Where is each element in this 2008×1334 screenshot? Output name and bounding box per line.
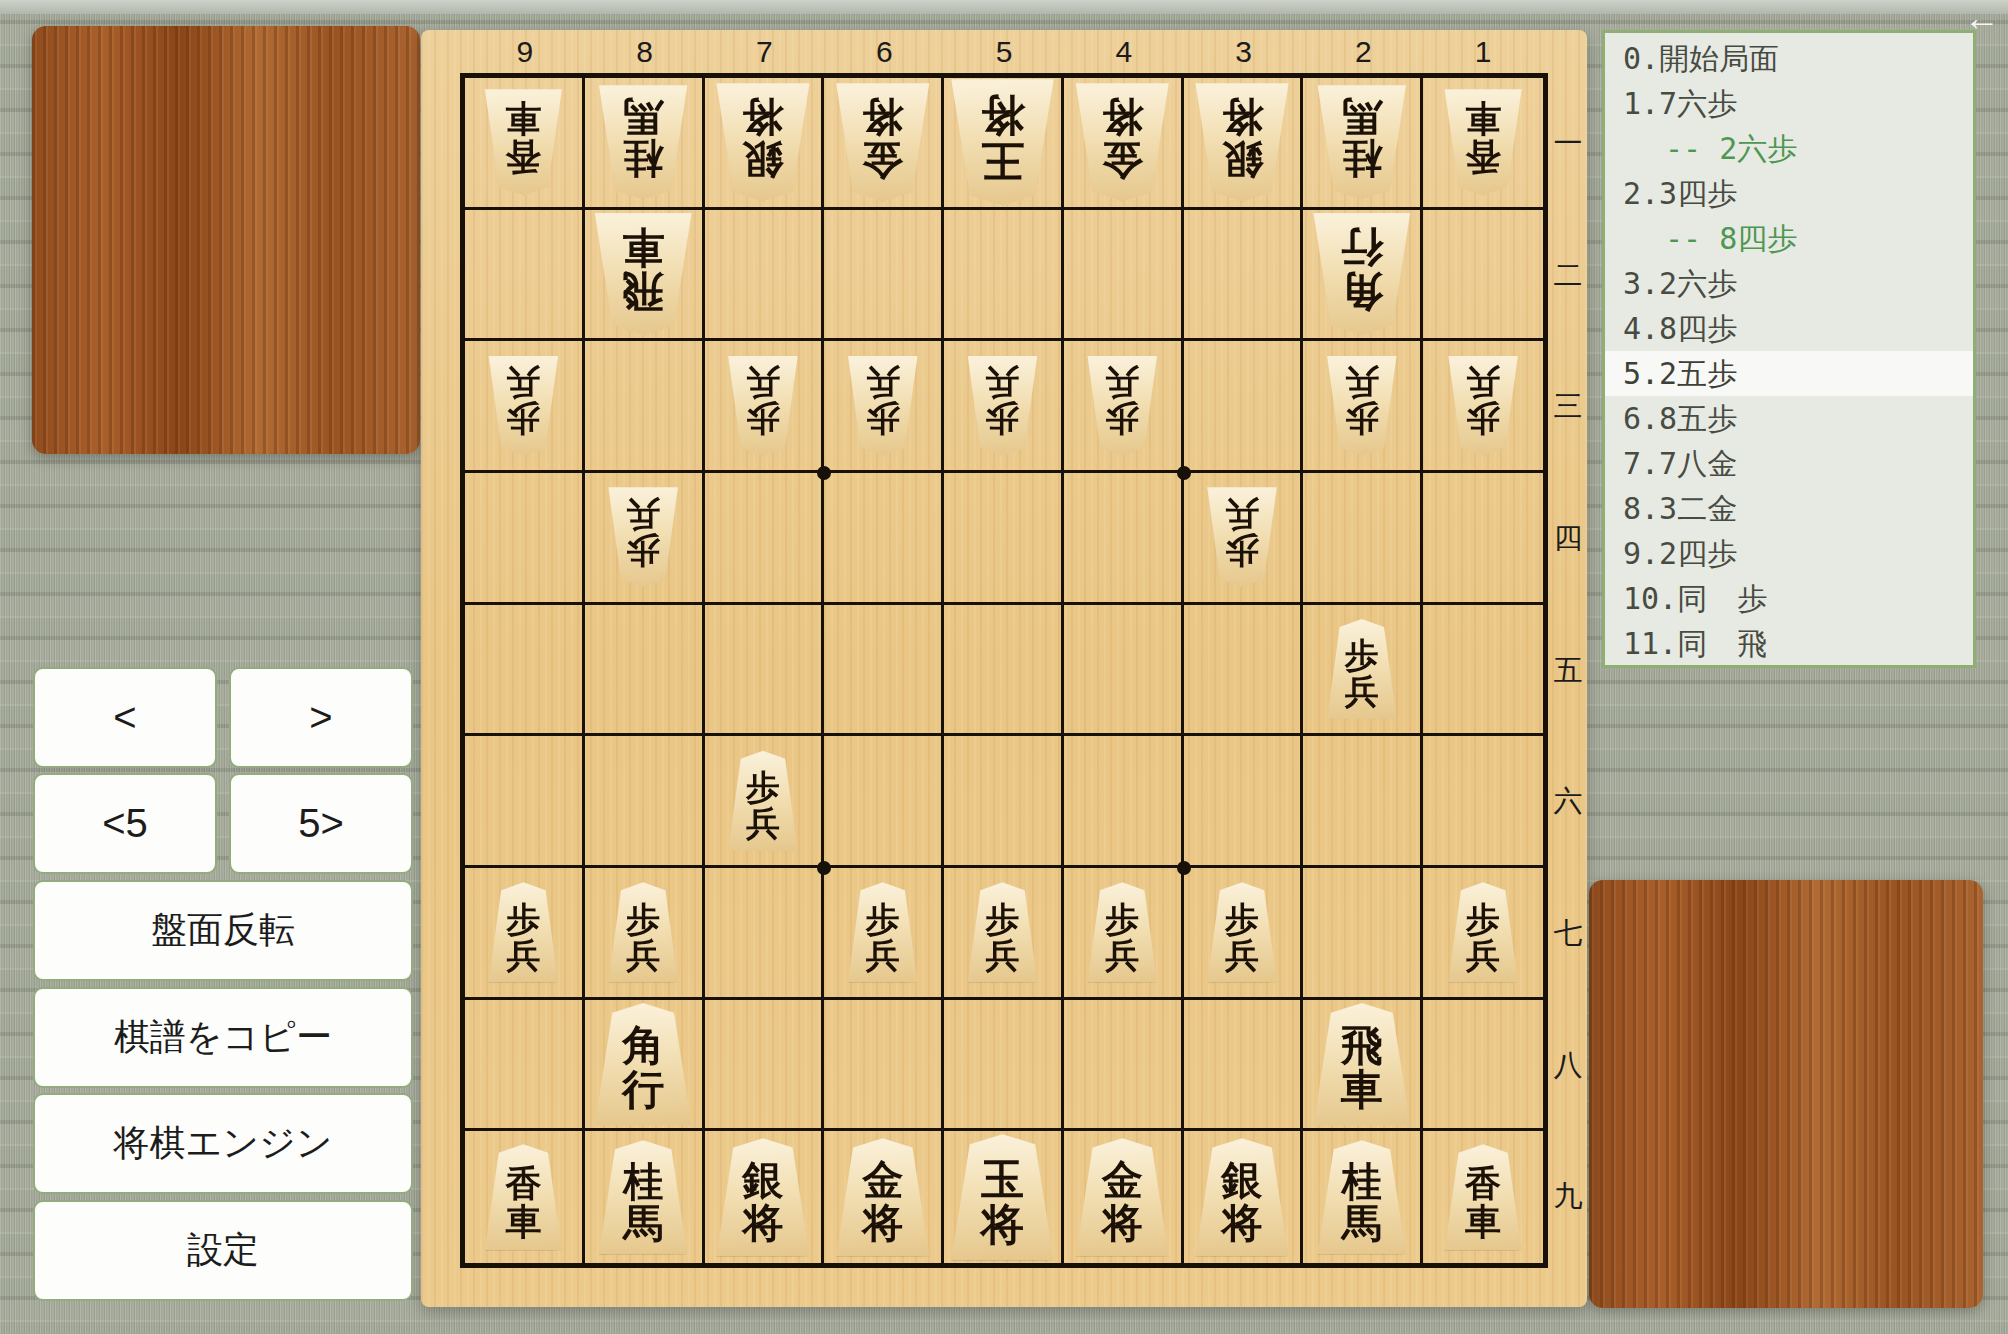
board-grid: 香車桂馬銀将金将王将金将銀将桂馬香車飛車角行歩兵歩兵歩兵歩兵歩兵歩兵歩兵歩兵歩兵… — [460, 73, 1548, 1268]
sente-lance-piece[interactable]: 香車 — [482, 1144, 564, 1250]
top-strip — [0, 0, 2008, 14]
board-cell[interactable] — [465, 473, 585, 605]
piece-kanji: 歩兵 — [1345, 366, 1379, 436]
rank-label: 三 — [1550, 341, 1586, 473]
gote-silver-piece[interactable]: 銀将 — [1193, 83, 1292, 201]
board-cell[interactable]: 歩兵 — [824, 341, 944, 473]
board-cell[interactable] — [1423, 1000, 1543, 1132]
board-cell[interactable] — [944, 736, 1064, 868]
move-item[interactable]: 0.開始局面 — [1605, 36, 1973, 81]
prev-move-button[interactable]: < — [33, 667, 217, 768]
board-cell[interactable] — [1184, 1000, 1304, 1132]
piece-kanji: 香車 — [1465, 101, 1501, 175]
board-cell[interactable] — [1184, 210, 1304, 342]
board-cell[interactable]: 角行 — [1303, 210, 1423, 342]
gote-pawn-piece[interactable]: 歩兵 — [1205, 487, 1279, 587]
gote-pawn-piece[interactable]: 歩兵 — [606, 487, 680, 587]
board-cell[interactable]: 香車 — [1423, 78, 1543, 210]
piece-kanji: 銀将 — [1222, 96, 1263, 180]
rank-label: 四 — [1550, 473, 1586, 605]
sente-pawn-piece[interactable]: 歩兵 — [726, 751, 800, 851]
star-point — [817, 466, 831, 480]
sente-knight-piece[interactable]: 桂馬 — [596, 1140, 690, 1254]
piece-kanji: 歩兵 — [866, 902, 900, 972]
move-list-panel: 0.開始局面1.7六歩-- 2六歩2.3四歩-- 8四歩3.2六歩4.8四歩5.… — [1602, 30, 1976, 668]
piece-kanji: 歩兵 — [866, 366, 900, 436]
board-cell[interactable] — [465, 605, 585, 737]
rank-label: 六 — [1550, 736, 1586, 868]
captured-pieces-tray-gote — [32, 26, 420, 454]
piece-kanji: 玉将 — [981, 1158, 1024, 1246]
sente-silver-piece[interactable]: 銀将 — [1193, 1138, 1292, 1256]
piece-kanji: 金将 — [862, 96, 903, 180]
back-arrow-icon[interactable]: ← — [1964, 0, 2008, 36]
piece-kanji: 金将 — [862, 1160, 903, 1244]
piece-kanji: 歩兵 — [626, 498, 660, 568]
board-cell[interactable]: 香車 — [1423, 1131, 1543, 1263]
star-point — [1177, 861, 1191, 875]
board-cell[interactable]: 歩兵 — [465, 868, 585, 1000]
board-cell[interactable] — [465, 1000, 585, 1132]
piece-kanji: 歩兵 — [1345, 638, 1379, 708]
board-cell[interactable]: 歩兵 — [824, 868, 944, 1000]
board-cell[interactable] — [1184, 736, 1304, 868]
file-label: 8 — [585, 32, 705, 72]
board-cell[interactable]: 銀将 — [1184, 1131, 1304, 1263]
board-cell[interactable]: 桂馬 — [1303, 78, 1423, 210]
board-cell[interactable] — [1064, 605, 1184, 737]
piece-kanji: 香車 — [1465, 1165, 1501, 1239]
board-cell[interactable]: 飛車 — [1303, 1000, 1423, 1132]
board-cell[interactable]: 歩兵 — [1184, 868, 1304, 1000]
board-cell[interactable]: 歩兵 — [1184, 473, 1304, 605]
board-cell[interactable] — [1423, 210, 1543, 342]
board-cell[interactable] — [585, 605, 705, 737]
gote-pawn-piece[interactable]: 歩兵 — [965, 356, 1039, 456]
move-item[interactable]: 2.3四歩 — [1605, 171, 1973, 216]
gote-silver-piece[interactable]: 銀将 — [713, 83, 812, 201]
back-5-moves-button[interactable]: <5 — [33, 773, 217, 874]
board-cell[interactable] — [824, 605, 944, 737]
piece-kanji: 飛車 — [622, 226, 664, 312]
board-cell[interactable]: 歩兵 — [1303, 605, 1423, 737]
board-cell[interactable]: 銀将 — [705, 78, 825, 210]
piece-kanji: 角行 — [622, 1025, 664, 1111]
piece-kanji: 銀将 — [1222, 1160, 1263, 1244]
board-cell[interactable] — [1184, 341, 1304, 473]
board-cell[interactable] — [1303, 868, 1423, 1000]
board-cell[interactable]: 歩兵 — [944, 341, 1064, 473]
board-cell[interactable]: 玉将 — [944, 1131, 1064, 1263]
gote-lance-piece[interactable]: 香車 — [482, 89, 564, 195]
board-cell[interactable]: 歩兵 — [1303, 341, 1423, 473]
board-cell[interactable] — [705, 868, 825, 1000]
board-cell[interactable]: 金将 — [824, 1131, 944, 1263]
board-cell[interactable]: 歩兵 — [1423, 868, 1543, 1000]
piece-kanji: 歩兵 — [746, 366, 780, 436]
gote-pawn-piece[interactable]: 歩兵 — [846, 356, 920, 456]
move-item[interactable]: 3.2六歩 — [1605, 261, 1973, 306]
board-cell[interactable]: 歩兵 — [465, 341, 585, 473]
board-cell[interactable] — [944, 473, 1064, 605]
star-point — [1177, 466, 1191, 480]
file-labels: 987654321 — [465, 32, 1543, 72]
piece-kanji: 桂馬 — [1342, 97, 1382, 179]
board-cell[interactable]: 歩兵 — [1064, 868, 1184, 1000]
rank-label: 五 — [1550, 605, 1586, 737]
sente-pawn-piece[interactable]: 歩兵 — [965, 882, 1039, 982]
gote-king-piece[interactable]: 王将 — [948, 79, 1057, 205]
piece-kanji: 歩兵 — [985, 902, 1019, 972]
sente-pawn-piece[interactable]: 歩兵 — [1446, 882, 1520, 982]
sente-pawn-piece[interactable]: 歩兵 — [846, 882, 920, 982]
board-cell[interactable]: 飛車 — [585, 210, 705, 342]
board-cell[interactable] — [705, 473, 825, 605]
move-item[interactable]: 9.2四歩 — [1605, 531, 1973, 576]
file-label: 1 — [1423, 32, 1543, 72]
board-cell[interactable]: 香車 — [465, 78, 585, 210]
board-cell[interactable] — [705, 210, 825, 342]
piece-kanji: 歩兵 — [1225, 498, 1259, 568]
piece-kanji: 歩兵 — [1105, 366, 1139, 436]
move-item[interactable]: 11.同 飛 — [1605, 621, 1973, 666]
board-cell[interactable] — [824, 736, 944, 868]
move-item-current[interactable]: 5.2五歩 — [1605, 351, 1973, 396]
file-label: 7 — [705, 32, 825, 72]
board-cell[interactable]: 歩兵 — [705, 736, 825, 868]
board-cell[interactable] — [1064, 473, 1184, 605]
board-cell[interactable] — [1303, 473, 1423, 605]
forward-5-moves-button[interactable]: 5> — [229, 773, 413, 874]
file-label: 9 — [465, 32, 585, 72]
board-cell[interactable]: 歩兵 — [944, 868, 1064, 1000]
move-item[interactable]: 8.3二金 — [1605, 486, 1973, 531]
gote-rook-piece[interactable]: 飛車 — [592, 213, 695, 335]
file-label: 4 — [1064, 32, 1184, 72]
copy-kifu-button[interactable]: 棋譜をコピー — [33, 987, 413, 1088]
gote-bishop-piece[interactable]: 角行 — [1310, 213, 1413, 335]
rank-label: 一 — [1550, 78, 1586, 210]
piece-kanji: 桂馬 — [623, 97, 663, 179]
file-label: 5 — [944, 32, 1064, 72]
piece-kanji: 歩兵 — [1225, 902, 1259, 972]
gote-pawn-piece[interactable]: 歩兵 — [486, 356, 560, 456]
move-item[interactable]: 10.同 歩 — [1605, 576, 1973, 621]
playback-controls: < > <5 5> 盤面反転 棋譜をコピー 将棋エンジン 設定 — [33, 667, 413, 1301]
piece-kanji: 歩兵 — [1466, 366, 1500, 436]
board-cell[interactable] — [1423, 605, 1543, 737]
sente-gold-piece[interactable]: 金将 — [833, 1138, 932, 1256]
board-cell[interactable] — [465, 736, 585, 868]
move-item[interactable]: 6.8五歩 — [1605, 396, 1973, 441]
piece-kanji: 歩兵 — [506, 366, 540, 436]
board-cell[interactable] — [585, 736, 705, 868]
board-cell[interactable]: 歩兵 — [1064, 341, 1184, 473]
sente-king-piece[interactable]: 玉将 — [948, 1134, 1057, 1260]
gote-pawn-piece[interactable]: 歩兵 — [726, 356, 800, 456]
sente-pawn-piece[interactable]: 歩兵 — [1325, 619, 1399, 719]
shogi-board: 987654321 一二三四五六七八九 香車桂馬銀将金将王将金将銀将桂馬香車飛車… — [421, 30, 1587, 1307]
rank-label: 八 — [1550, 1000, 1586, 1132]
board-cell[interactable]: 王将 — [944, 78, 1064, 210]
captured-pieces-tray-sente — [1589, 880, 1983, 1308]
board-cell[interactable] — [824, 473, 944, 605]
board-cell[interactable]: 歩兵 — [585, 868, 705, 1000]
settings-button[interactable]: 設定 — [33, 1200, 413, 1301]
board-cell[interactable] — [944, 605, 1064, 737]
rank-label: 七 — [1550, 868, 1586, 1000]
board-cell[interactable]: 歩兵 — [1423, 341, 1543, 473]
piece-kanji: 歩兵 — [626, 902, 660, 972]
piece-kanji: 歩兵 — [1466, 902, 1500, 972]
board-cell[interactable]: 桂馬 — [1303, 1131, 1423, 1263]
move-item[interactable]: -- 8四歩 — [1605, 216, 1973, 261]
board-cell[interactable]: 金将 — [1064, 1131, 1184, 1263]
move-item[interactable]: -- 2六歩 — [1605, 126, 1973, 171]
flip-board-button[interactable]: 盤面反転 — [33, 880, 413, 981]
rank-label: 九 — [1550, 1131, 1586, 1263]
board-cell[interactable] — [585, 341, 705, 473]
board-cell[interactable]: 歩兵 — [585, 473, 705, 605]
piece-kanji: 金将 — [1102, 1160, 1143, 1244]
sente-gold-piece[interactable]: 金将 — [1073, 1138, 1172, 1256]
move-item[interactable]: 1.7六歩 — [1605, 81, 1973, 126]
sente-pawn-piece[interactable]: 歩兵 — [606, 882, 680, 982]
gote-gold-piece[interactable]: 金将 — [1073, 83, 1172, 201]
rank-labels: 一二三四五六七八九 — [1550, 78, 1586, 1263]
piece-kanji: 歩兵 — [1105, 902, 1139, 972]
gote-pawn-piece[interactable]: 歩兵 — [1085, 356, 1159, 456]
sente-pawn-piece[interactable]: 歩兵 — [486, 882, 560, 982]
board-cell[interactable]: 角行 — [585, 1000, 705, 1132]
file-label: 3 — [1184, 32, 1304, 72]
board-cell[interactable] — [824, 210, 944, 342]
sente-bishop-piece[interactable]: 角行 — [592, 1003, 695, 1125]
board-cell[interactable] — [1064, 1000, 1184, 1132]
piece-kanji: 歩兵 — [746, 770, 780, 840]
board-cell[interactable]: 銀将 — [1184, 78, 1304, 210]
move-item[interactable]: 7.7八金 — [1605, 441, 1973, 486]
piece-kanji: 桂馬 — [623, 1161, 663, 1243]
piece-kanji: 香車 — [505, 1165, 541, 1239]
board-cell[interactable] — [705, 605, 825, 737]
piece-kanji: 銀将 — [742, 1160, 783, 1244]
board-cell[interactable]: 桂馬 — [585, 1131, 705, 1263]
piece-kanji: 歩兵 — [506, 902, 540, 972]
board-cell[interactable]: 銀将 — [705, 1131, 825, 1263]
board-cell[interactable]: 香車 — [465, 1131, 585, 1263]
gote-knight-piece[interactable]: 桂馬 — [596, 85, 690, 199]
board-cell[interactable] — [465, 210, 585, 342]
move-item[interactable]: 4.8四歩 — [1605, 306, 1973, 351]
board-cell[interactable] — [1423, 473, 1543, 605]
board-cell[interactable]: 桂馬 — [585, 78, 705, 210]
gote-knight-piece[interactable]: 桂馬 — [1315, 85, 1409, 199]
board-cell[interactable] — [1303, 736, 1423, 868]
board-cell[interactable]: 金将 — [1064, 78, 1184, 210]
board-cell[interactable] — [1423, 736, 1543, 868]
piece-kanji: 歩兵 — [985, 366, 1019, 436]
sente-knight-piece[interactable]: 桂馬 — [1315, 1140, 1409, 1254]
rank-label: 二 — [1550, 210, 1586, 342]
sente-lance-piece[interactable]: 香車 — [1442, 1144, 1524, 1250]
board-cell[interactable] — [1184, 605, 1304, 737]
piece-kanji: 銀将 — [742, 96, 783, 180]
gote-gold-piece[interactable]: 金将 — [833, 83, 932, 201]
board-cell[interactable]: 歩兵 — [705, 341, 825, 473]
piece-kanji: 飛車 — [1341, 1025, 1383, 1111]
next-move-button[interactable]: > — [229, 667, 413, 768]
piece-kanji: 角行 — [1341, 226, 1383, 312]
sente-pawn-piece[interactable]: 歩兵 — [1205, 882, 1279, 982]
gote-lance-piece[interactable]: 香車 — [1442, 89, 1524, 195]
board-cell[interactable] — [944, 210, 1064, 342]
board-cell[interactable] — [1064, 736, 1184, 868]
piece-kanji: 金将 — [1102, 96, 1143, 180]
gote-pawn-piece[interactable]: 歩兵 — [1325, 356, 1399, 456]
piece-kanji: 香車 — [505, 101, 541, 175]
file-label: 2 — [1303, 32, 1423, 72]
board-cell[interactable] — [944, 1000, 1064, 1132]
file-label: 6 — [824, 32, 944, 72]
board-cell[interactable]: 金将 — [824, 78, 944, 210]
board-cell[interactable] — [824, 1000, 944, 1132]
board-cell[interactable] — [1064, 210, 1184, 342]
piece-kanji: 王将 — [981, 94, 1024, 182]
sente-pawn-piece[interactable]: 歩兵 — [1085, 882, 1159, 982]
gote-pawn-piece[interactable]: 歩兵 — [1446, 356, 1520, 456]
piece-kanji: 桂馬 — [1342, 1161, 1382, 1243]
star-point — [817, 861, 831, 875]
shogi-engine-button[interactable]: 将棋エンジン — [33, 1093, 413, 1194]
sente-silver-piece[interactable]: 銀将 — [713, 1138, 812, 1256]
sente-rook-piece[interactable]: 飛車 — [1310, 1003, 1413, 1125]
board-cell[interactable] — [705, 1000, 825, 1132]
